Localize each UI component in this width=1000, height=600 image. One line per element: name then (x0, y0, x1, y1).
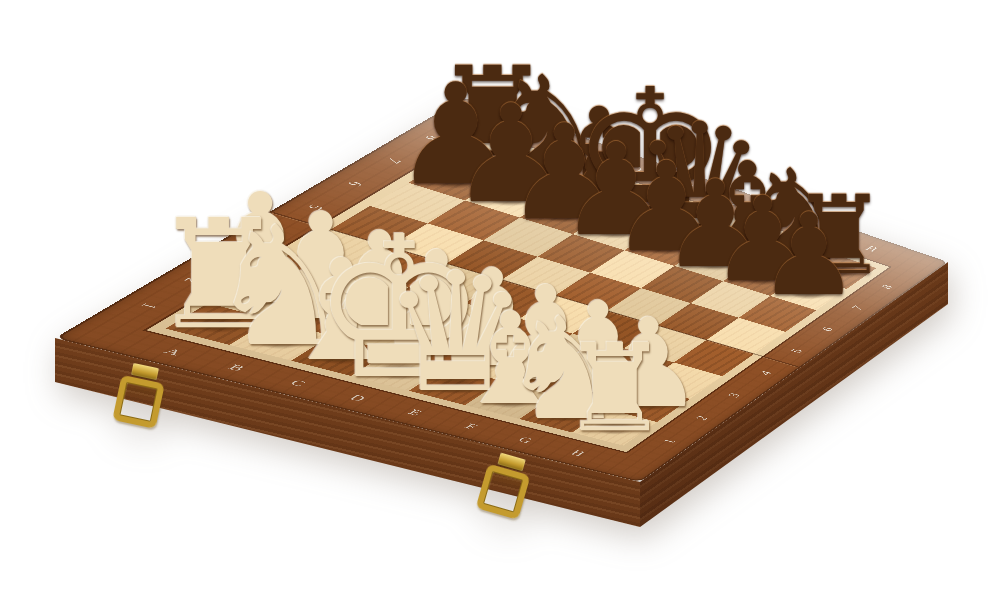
board-squares (166, 138, 877, 446)
chess-set-photo: AA11BB22CC33DD44EE55FF66GG77HH88 ♜♞♟♝♟♚♟… (0, 0, 1000, 600)
clasp-ring (476, 464, 531, 520)
brass-clasp-icon (111, 361, 168, 429)
chess-board: AA11BB22CC33DD44EE55FF66GG77HH88 (55, 97, 948, 482)
chess-box: AA11BB22CC33DD44EE55FF66GG77HH88 (0, 0, 1000, 600)
clasp-ring (112, 375, 165, 429)
brass-clasp-icon (475, 450, 536, 520)
